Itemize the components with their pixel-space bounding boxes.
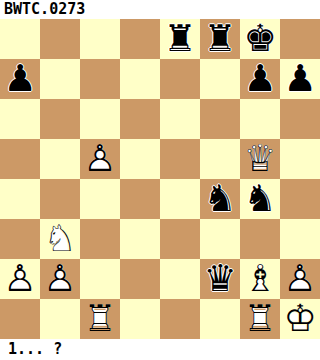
square-h2[interactable]: ♟♙ — [280, 259, 320, 299]
square-g2[interactable]: ♝♗ — [240, 259, 280, 299]
square-g8[interactable]: ♚ — [240, 19, 280, 59]
black-pawn-icon: ♟ — [240, 59, 280, 99]
square-e2[interactable] — [160, 259, 200, 299]
square-h4[interactable] — [280, 179, 320, 219]
square-c6[interactable] — [80, 99, 120, 139]
square-e3[interactable] — [160, 219, 200, 259]
black-knight-icon: ♞ — [240, 179, 280, 219]
square-h1[interactable]: ♚♔ — [280, 299, 320, 339]
square-h6[interactable] — [280, 99, 320, 139]
square-d8[interactable] — [120, 19, 160, 59]
square-c3[interactable] — [80, 219, 120, 259]
white-pawn-icon: ♙ — [280, 259, 320, 299]
white-knight-icon: ♞ — [40, 219, 80, 259]
square-c5[interactable]: ♟♙ — [80, 139, 120, 179]
white-rook-icon: ♖ — [80, 299, 120, 339]
square-f3[interactable] — [200, 219, 240, 259]
square-g6[interactable] — [240, 99, 280, 139]
square-g4[interactable]: ♞ — [240, 179, 280, 219]
white-pawn-icon: ♟ — [0, 259, 40, 299]
square-b8[interactable] — [40, 19, 80, 59]
white-pawn-icon: ♟ — [280, 259, 320, 299]
square-c8[interactable] — [80, 19, 120, 59]
square-a2[interactable]: ♟♙ — [0, 259, 40, 299]
puzzle-id: BWTC.0273 — [0, 0, 320, 19]
square-e6[interactable] — [160, 99, 200, 139]
white-pawn-icon: ♟ — [80, 139, 120, 179]
black-queen-icon: ♛ — [200, 259, 240, 299]
square-b4[interactable] — [40, 179, 80, 219]
square-f4[interactable]: ♞ — [200, 179, 240, 219]
white-queen-icon: ♛ — [240, 139, 280, 179]
square-d4[interactable] — [120, 179, 160, 219]
square-c7[interactable] — [80, 59, 120, 99]
square-f6[interactable] — [200, 99, 240, 139]
square-a4[interactable] — [0, 179, 40, 219]
white-pawn-icon: ♟ — [40, 259, 80, 299]
square-e8[interactable]: ♜ — [160, 19, 200, 59]
square-a3[interactable] — [0, 219, 40, 259]
square-d7[interactable] — [120, 59, 160, 99]
square-b5[interactable] — [40, 139, 80, 179]
square-d5[interactable] — [120, 139, 160, 179]
square-a1[interactable] — [0, 299, 40, 339]
square-a6[interactable] — [0, 99, 40, 139]
white-rook-icon: ♖ — [240, 299, 280, 339]
square-e1[interactable] — [160, 299, 200, 339]
square-f7[interactable] — [200, 59, 240, 99]
white-bishop-icon: ♗ — [240, 259, 280, 299]
white-rook-icon: ♜ — [240, 299, 280, 339]
square-c2[interactable] — [80, 259, 120, 299]
square-e4[interactable] — [160, 179, 200, 219]
white-rook-icon: ♜ — [80, 299, 120, 339]
chess-board: ♜♜♚♟♟♟♟♙♛♕♞♞♞♘♟♙♟♙♛♝♗♟♙♜♖♜♖♚♔ — [0, 19, 320, 339]
square-g3[interactable] — [240, 219, 280, 259]
square-c1[interactable]: ♜♖ — [80, 299, 120, 339]
square-e7[interactable] — [160, 59, 200, 99]
square-b3[interactable]: ♞♘ — [40, 219, 80, 259]
white-queen-icon: ♕ — [240, 139, 280, 179]
square-f2[interactable]: ♛ — [200, 259, 240, 299]
square-f5[interactable] — [200, 139, 240, 179]
square-g1[interactable]: ♜♖ — [240, 299, 280, 339]
square-f1[interactable] — [200, 299, 240, 339]
square-h5[interactable] — [280, 139, 320, 179]
move-prompt: 1... ? — [0, 339, 320, 360]
square-d2[interactable] — [120, 259, 160, 299]
square-b7[interactable] — [40, 59, 80, 99]
white-knight-icon: ♘ — [40, 219, 80, 259]
square-b1[interactable] — [40, 299, 80, 339]
square-f8[interactable]: ♜ — [200, 19, 240, 59]
white-pawn-icon: ♙ — [40, 259, 80, 299]
white-pawn-icon: ♙ — [80, 139, 120, 179]
square-a7[interactable]: ♟ — [0, 59, 40, 99]
square-a8[interactable] — [0, 19, 40, 59]
square-b6[interactable] — [40, 99, 80, 139]
black-king-icon: ♚ — [240, 19, 280, 59]
white-pawn-icon: ♙ — [0, 259, 40, 299]
white-king-icon: ♚ — [280, 299, 320, 339]
square-c4[interactable] — [80, 179, 120, 219]
black-pawn-icon: ♟ — [0, 59, 40, 99]
square-e5[interactable] — [160, 139, 200, 179]
black-pawn-icon: ♟ — [280, 59, 320, 99]
white-bishop-icon: ♝ — [240, 259, 280, 299]
square-d3[interactable] — [120, 219, 160, 259]
square-a5[interactable] — [0, 139, 40, 179]
square-g7[interactable]: ♟ — [240, 59, 280, 99]
black-knight-icon: ♞ — [200, 179, 240, 219]
black-rook-icon: ♜ — [160, 19, 200, 59]
square-h8[interactable] — [280, 19, 320, 59]
square-h3[interactable] — [280, 219, 320, 259]
white-king-icon: ♔ — [280, 299, 320, 339]
square-d6[interactable] — [120, 99, 160, 139]
square-h7[interactable]: ♟ — [280, 59, 320, 99]
square-d1[interactable] — [120, 299, 160, 339]
black-rook-icon: ♜ — [200, 19, 240, 59]
square-b2[interactable]: ♟♙ — [40, 259, 80, 299]
square-g5[interactable]: ♛♕ — [240, 139, 280, 179]
